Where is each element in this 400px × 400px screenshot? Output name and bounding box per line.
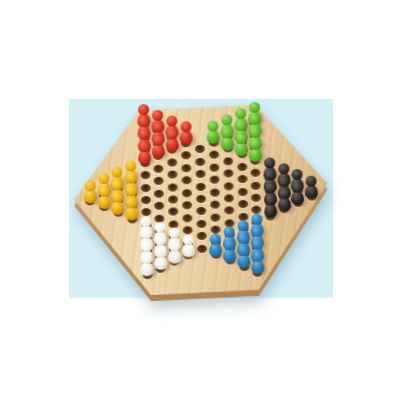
peg-head	[138, 103, 149, 114]
hole-r4-c4[interactable]	[251, 168, 261, 176]
hole-r9-c5[interactable]	[182, 201, 192, 209]
peg-blue-r4-c12[interactable]	[250, 251, 265, 274]
peg-head	[138, 116, 149, 127]
peg-head	[235, 120, 246, 131]
peg-head	[249, 126, 260, 137]
hole-r12-c4[interactable]	[140, 171, 150, 179]
hole-r4-c7[interactable]	[252, 206, 262, 214]
hole-r12-c5[interactable]	[140, 183, 150, 191]
hole-r7-c7[interactable]	[210, 225, 220, 233]
peg-head	[155, 246, 166, 257]
peg-head	[238, 220, 249, 231]
hole-r5-c5[interactable]	[237, 187, 247, 195]
hole-r8-c2[interactable]	[195, 169, 205, 177]
chinese-checkers-board	[69, 96, 333, 301]
hole-r8-c1[interactable]	[195, 157, 205, 165]
hole-r10-c4[interactable]	[168, 182, 178, 190]
hole-r10-c6[interactable]	[168, 207, 178, 215]
peg-head	[224, 239, 235, 250]
peg-head	[264, 157, 275, 168]
peg-head	[252, 238, 263, 249]
peg-head	[222, 126, 233, 137]
hole-r8-c7[interactable]	[197, 232, 207, 240]
peg-head	[278, 163, 289, 174]
peg-head	[264, 182, 275, 193]
peg-head	[265, 194, 276, 205]
peg-head	[208, 120, 219, 131]
peg-head	[249, 113, 260, 124]
hole-r8-c6[interactable]	[196, 219, 206, 227]
hole-r6-c6[interactable]	[224, 206, 234, 214]
peg-head	[278, 188, 289, 199]
peg-white-r10-c10[interactable]	[167, 240, 182, 263]
hole-r7-c5[interactable]	[210, 200, 220, 208]
peg-head	[252, 226, 263, 237]
peg-head	[141, 253, 152, 264]
peg-head	[98, 185, 109, 196]
hole-r7-c3[interactable]	[209, 175, 219, 183]
hole-r9-c3[interactable]	[182, 176, 192, 184]
peg-head	[238, 245, 249, 256]
hole-r9-c1[interactable]	[181, 151, 191, 159]
peg-head	[153, 134, 164, 145]
peg-red-r11-c2[interactable]	[151, 134, 166, 157]
peg-head	[126, 197, 137, 208]
peg-head	[139, 141, 150, 152]
peg-head	[112, 191, 123, 202]
peg-head	[249, 101, 260, 112]
peg-head	[169, 240, 180, 251]
peg-red-r9-c0[interactable]	[178, 121, 193, 144]
peg-white-r9-c9[interactable]	[180, 233, 195, 256]
peg-head	[306, 175, 317, 186]
peg-head	[251, 213, 262, 224]
hole-r6-c3[interactable]	[223, 169, 233, 177]
hole-r11-c4[interactable]	[154, 177, 164, 185]
peg-head	[139, 128, 150, 139]
hole-r9-c2[interactable]	[181, 163, 191, 171]
hole-r8-c0[interactable]	[195, 144, 205, 152]
hole-r8-c3[interactable]	[196, 182, 206, 190]
peg-head	[112, 166, 123, 177]
peg-head	[155, 234, 166, 245]
hole-r7-c2[interactable]	[209, 163, 219, 171]
peg-head	[168, 227, 179, 238]
hole-r6-c2[interactable]	[223, 156, 233, 164]
peg-head	[166, 115, 177, 126]
hole-r12-c7[interactable]	[141, 208, 151, 216]
peg-white-r12-c12[interactable]	[139, 253, 154, 276]
peg-head	[292, 169, 303, 180]
peg-red-r10-c1[interactable]	[164, 128, 179, 151]
hole-r9-c4[interactable]	[182, 188, 192, 196]
hole-r6-c5[interactable]	[224, 194, 234, 202]
peg-head	[126, 185, 137, 196]
hole-r4-c5[interactable]	[251, 181, 261, 189]
hole-r7-c6[interactable]	[210, 213, 220, 221]
hole-r7-c4[interactable]	[210, 188, 220, 196]
hole-r8-c5[interactable]	[196, 207, 206, 215]
product-photo-background	[69, 99, 333, 298]
hole-r12-c6[interactable]	[140, 196, 150, 204]
peg-head	[140, 215, 151, 226]
peg-yellow-r13-c3[interactable]	[124, 197, 139, 220]
peg-head	[154, 221, 165, 232]
peg-head	[141, 228, 152, 239]
peg-head	[126, 172, 137, 183]
hole-r9-c7[interactable]	[183, 226, 193, 234]
hole-r5-c6[interactable]	[238, 200, 248, 208]
peg-black-r3-c3[interactable]	[263, 194, 278, 217]
peg-white-r11-c11[interactable]	[153, 246, 168, 269]
peg-red-r12-c3[interactable]	[137, 141, 152, 164]
hole-r8-c8[interactable]	[197, 244, 207, 252]
peg-head	[141, 240, 152, 251]
hole-r8-c4[interactable]	[196, 194, 206, 202]
peg-head	[98, 173, 109, 184]
peg-head	[252, 251, 263, 262]
peg-head	[210, 233, 221, 244]
hole-r10-c2[interactable]	[167, 158, 177, 166]
peg-head	[221, 114, 232, 125]
peg-head	[235, 107, 246, 118]
peg-head	[236, 132, 247, 143]
peg-black-r1-c1[interactable]	[290, 181, 305, 204]
peg-head	[112, 179, 123, 190]
peg-head	[180, 121, 191, 132]
hole-r11-c3[interactable]	[154, 164, 164, 172]
hole-r4-c6[interactable]	[251, 193, 261, 201]
peg-black-r2-c2[interactable]	[276, 188, 291, 211]
hole-r5-c3[interactable]	[237, 162, 247, 170]
hole-r5-c4[interactable]	[237, 175, 247, 183]
peg-head	[152, 122, 163, 133]
hole-r9-c6[interactable]	[182, 213, 192, 221]
peg-head	[166, 128, 177, 139]
board-cells-layer	[69, 96, 333, 301]
peg-head	[264, 169, 275, 180]
hole-r11-c6[interactable]	[154, 201, 164, 209]
hole-r6-c4[interactable]	[223, 181, 233, 189]
peg-head	[125, 160, 136, 171]
peg-black-r0-c0[interactable]	[304, 175, 319, 198]
peg-head	[278, 175, 289, 186]
peg-green-r4-c3[interactable]	[248, 138, 263, 161]
peg-head	[152, 109, 163, 120]
peg-head	[250, 138, 261, 149]
peg-head	[292, 181, 303, 192]
peg-head	[182, 233, 193, 244]
hole-r10-c5[interactable]	[168, 195, 178, 203]
peg-head	[84, 179, 95, 190]
peg-head	[224, 226, 235, 237]
hole-r10-c3[interactable]	[168, 170, 178, 178]
peg-head	[238, 232, 249, 243]
hole-r7-c1[interactable]	[209, 150, 219, 158]
hole-r11-c5[interactable]	[154, 189, 164, 197]
